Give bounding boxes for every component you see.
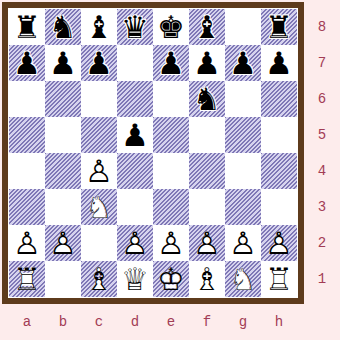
square-h8[interactable]: ♜ bbox=[261, 9, 297, 45]
square-e7[interactable]: ♟ bbox=[153, 45, 189, 81]
white-piece-outline: ♖ bbox=[9, 261, 45, 297]
white-queen[interactable]: ♛♕ bbox=[117, 261, 153, 297]
square-f5[interactable] bbox=[189, 117, 225, 153]
black-queen[interactable]: ♛ bbox=[117, 9, 153, 45]
white-piece-outline: ♘ bbox=[81, 189, 117, 225]
rank-label-3: 3 bbox=[304, 189, 340, 225]
file-label-h: h bbox=[261, 304, 297, 340]
file-label-c: c bbox=[81, 304, 117, 340]
square-d2[interactable]: ♟♙ bbox=[117, 225, 153, 261]
square-d3[interactable] bbox=[117, 189, 153, 225]
black-bishop[interactable]: ♝ bbox=[189, 9, 225, 45]
square-g5[interactable] bbox=[225, 117, 261, 153]
square-d8[interactable]: ♛ bbox=[117, 9, 153, 45]
square-h5[interactable] bbox=[261, 117, 297, 153]
square-c4[interactable]: ♟♙ bbox=[81, 153, 117, 189]
square-c1[interactable]: ♝♗ bbox=[81, 261, 117, 297]
square-b7[interactable]: ♟ bbox=[45, 45, 81, 81]
white-piece-outline: ♙ bbox=[225, 225, 261, 261]
file-label-f: f bbox=[189, 304, 225, 340]
white-pawn[interactable]: ♟♙ bbox=[81, 153, 117, 189]
rank-label-1: 1 bbox=[304, 261, 340, 297]
square-d7[interactable] bbox=[117, 45, 153, 81]
square-c3[interactable]: ♞♘ bbox=[81, 189, 117, 225]
square-g1[interactable]: ♞♘ bbox=[225, 261, 261, 297]
square-d5[interactable]: ♟ bbox=[117, 117, 153, 153]
white-pawn[interactable]: ♟♙ bbox=[117, 225, 153, 261]
page-background: { "game": "chess", "position": { "fen": … bbox=[0, 0, 340, 340]
square-g8[interactable] bbox=[225, 9, 261, 45]
white-knight[interactable]: ♞♘ bbox=[81, 189, 117, 225]
white-piece-outline: ♕ bbox=[117, 261, 153, 297]
black-pawn[interactable]: ♟ bbox=[117, 117, 153, 153]
square-b2[interactable]: ♟♙ bbox=[45, 225, 81, 261]
square-c7[interactable]: ♟ bbox=[81, 45, 117, 81]
square-g2[interactable]: ♟♙ bbox=[225, 225, 261, 261]
white-knight[interactable]: ♞♘ bbox=[225, 261, 261, 297]
rank-label-2: 2 bbox=[304, 225, 340, 261]
square-f1[interactable]: ♝♗ bbox=[189, 261, 225, 297]
white-piece-outline: ♗ bbox=[81, 261, 117, 297]
square-h1[interactable]: ♜♖ bbox=[261, 261, 297, 297]
square-h3[interactable] bbox=[261, 189, 297, 225]
square-h2[interactable]: ♟♙ bbox=[261, 225, 297, 261]
white-piece-outline: ♙ bbox=[81, 153, 117, 189]
square-e1[interactable]: ♚♔ bbox=[153, 261, 189, 297]
white-piece-outline: ♗ bbox=[189, 261, 225, 297]
black-pawn[interactable]: ♟ bbox=[153, 45, 189, 81]
file-label-g: g bbox=[225, 304, 261, 340]
rank-labels: 87654321 bbox=[304, 9, 340, 297]
square-a2[interactable]: ♟♙ bbox=[9, 225, 45, 261]
black-pawn[interactable]: ♟ bbox=[189, 45, 225, 81]
square-a5[interactable] bbox=[9, 117, 45, 153]
square-f4[interactable] bbox=[189, 153, 225, 189]
black-knight[interactable]: ♞ bbox=[189, 81, 225, 117]
white-piece-outline: ♙ bbox=[117, 225, 153, 261]
square-d4[interactable] bbox=[117, 153, 153, 189]
square-a6[interactable] bbox=[9, 81, 45, 117]
file-label-d: d bbox=[117, 304, 153, 340]
square-e6[interactable] bbox=[153, 81, 189, 117]
white-piece-outline: ♖ bbox=[261, 261, 297, 297]
square-e5[interactable] bbox=[153, 117, 189, 153]
square-b4[interactable] bbox=[45, 153, 81, 189]
board-grid: ♜♞♝♛♚♝♜♟♟♟♟♟♟♟♞♟♟♙♞♘♟♙♟♙♟♙♟♙♟♙♟♙♟♙♜♖♝♗♛♕… bbox=[2, 2, 304, 304]
black-king[interactable]: ♚ bbox=[153, 9, 189, 45]
file-labels: abcdefgh bbox=[9, 304, 297, 340]
black-pawn[interactable]: ♟ bbox=[81, 45, 117, 81]
square-b1[interactable] bbox=[45, 261, 81, 297]
square-b5[interactable] bbox=[45, 117, 81, 153]
square-h7[interactable]: ♟ bbox=[261, 45, 297, 81]
rank-label-6: 6 bbox=[304, 81, 340, 117]
square-d1[interactable]: ♛♕ bbox=[117, 261, 153, 297]
black-knight[interactable]: ♞ bbox=[45, 9, 81, 45]
white-bishop[interactable]: ♝♗ bbox=[81, 261, 117, 297]
white-piece-outline: ♙ bbox=[45, 225, 81, 261]
square-h4[interactable] bbox=[261, 153, 297, 189]
chess-board: ♜♞♝♛♚♝♜♟♟♟♟♟♟♟♞♟♟♙♞♘♟♙♟♙♟♙♟♙♟♙♟♙♟♙♜♖♝♗♛♕… bbox=[2, 2, 304, 304]
square-e8[interactable]: ♚ bbox=[153, 9, 189, 45]
square-a1[interactable]: ♜♖ bbox=[9, 261, 45, 297]
square-f8[interactable]: ♝ bbox=[189, 9, 225, 45]
white-piece-outline: ♙ bbox=[261, 225, 297, 261]
square-f6[interactable]: ♞ bbox=[189, 81, 225, 117]
white-pawn[interactable]: ♟♙ bbox=[9, 225, 45, 261]
square-f3[interactable] bbox=[189, 189, 225, 225]
square-f2[interactable]: ♟♙ bbox=[189, 225, 225, 261]
square-a7[interactable]: ♟ bbox=[9, 45, 45, 81]
black-pawn[interactable]: ♟ bbox=[225, 45, 261, 81]
white-rook[interactable]: ♜♖ bbox=[261, 261, 297, 297]
square-c2[interactable] bbox=[81, 225, 117, 261]
square-a8[interactable]: ♜ bbox=[9, 9, 45, 45]
square-a4[interactable] bbox=[9, 153, 45, 189]
black-rook[interactable]: ♜ bbox=[9, 9, 45, 45]
white-pawn[interactable]: ♟♙ bbox=[45, 225, 81, 261]
square-f7[interactable]: ♟ bbox=[189, 45, 225, 81]
rank-label-7: 7 bbox=[304, 45, 340, 81]
white-pawn[interactable]: ♟♙ bbox=[189, 225, 225, 261]
square-a3[interactable] bbox=[9, 189, 45, 225]
square-e4[interactable] bbox=[153, 153, 189, 189]
white-pawn[interactable]: ♟♙ bbox=[153, 225, 189, 261]
square-b8[interactable]: ♞ bbox=[45, 9, 81, 45]
file-label-b: b bbox=[45, 304, 81, 340]
file-label-a: a bbox=[9, 304, 45, 340]
black-pawn[interactable]: ♟ bbox=[45, 45, 81, 81]
square-c6[interactable] bbox=[81, 81, 117, 117]
white-pawn[interactable]: ♟♙ bbox=[261, 225, 297, 261]
square-g7[interactable]: ♟ bbox=[225, 45, 261, 81]
white-bishop[interactable]: ♝♗ bbox=[189, 261, 225, 297]
square-e2[interactable]: ♟♙ bbox=[153, 225, 189, 261]
square-b6[interactable] bbox=[45, 81, 81, 117]
white-pawn[interactable]: ♟♙ bbox=[225, 225, 261, 261]
black-pawn[interactable]: ♟ bbox=[9, 45, 45, 81]
square-c5[interactable] bbox=[81, 117, 117, 153]
black-pawn[interactable]: ♟ bbox=[261, 45, 297, 81]
square-h6[interactable] bbox=[261, 81, 297, 117]
square-d6[interactable] bbox=[117, 81, 153, 117]
white-rook[interactable]: ♜♖ bbox=[9, 261, 45, 297]
white-piece-outline: ♙ bbox=[9, 225, 45, 261]
square-g4[interactable] bbox=[225, 153, 261, 189]
square-g6[interactable] bbox=[225, 81, 261, 117]
rank-label-8: 8 bbox=[304, 9, 340, 45]
white-piece-outline: ♔ bbox=[153, 261, 189, 297]
rank-label-4: 4 bbox=[304, 153, 340, 189]
white-king[interactable]: ♚♔ bbox=[153, 261, 189, 297]
square-e3[interactable] bbox=[153, 189, 189, 225]
black-bishop[interactable]: ♝ bbox=[81, 9, 117, 45]
white-piece-outline: ♙ bbox=[189, 225, 225, 261]
square-g3[interactable] bbox=[225, 189, 261, 225]
file-label-e: e bbox=[153, 304, 189, 340]
rank-label-5: 5 bbox=[304, 117, 340, 153]
square-b3[interactable] bbox=[45, 189, 81, 225]
white-piece-outline: ♘ bbox=[225, 261, 261, 297]
white-piece-outline: ♙ bbox=[153, 225, 189, 261]
square-c8[interactable]: ♝ bbox=[81, 9, 117, 45]
black-rook[interactable]: ♜ bbox=[261, 9, 297, 45]
